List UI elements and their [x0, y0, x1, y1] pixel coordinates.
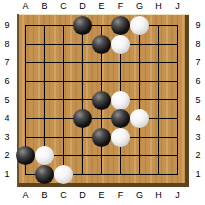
col-label-bottom-H: H: [152, 190, 166, 201]
col-label-bottom-E: E: [95, 190, 109, 201]
go-board[interactable]: [17, 14, 189, 187]
row-label-right-6: 6: [192, 76, 204, 87]
white-stone-C1[interactable]: [54, 165, 73, 184]
col-label-top-J: J: [171, 1, 185, 12]
black-stone-E5[interactable]: [92, 91, 111, 110]
col-label-top-D: D: [76, 1, 90, 12]
row-label-left-3: 3: [1, 132, 13, 143]
row-label-left-9: 9: [1, 20, 13, 31]
col-label-top-G: G: [133, 1, 147, 12]
col-label-bottom-J: J: [171, 190, 185, 201]
row-label-right-5: 5: [192, 95, 204, 106]
black-stone-D9[interactable]: [73, 16, 92, 35]
white-stone-F8[interactable]: [111, 35, 130, 54]
go-board-diagram: AABBCCDDEEFFGGHHJJ998877665544332211: [0, 0, 205, 205]
row-label-left-5: 5: [1, 95, 13, 106]
black-stone-E8[interactable]: [92, 35, 111, 54]
white-stone-G4[interactable]: [130, 109, 149, 128]
col-label-bottom-G: G: [133, 190, 147, 201]
row-label-left-1: 1: [1, 169, 13, 180]
row-label-left-2: 2: [1, 150, 13, 161]
row-label-left-7: 7: [1, 57, 13, 68]
white-stone-F3[interactable]: [111, 128, 130, 147]
row-label-right-3: 3: [192, 132, 204, 143]
col-label-bottom-D: D: [76, 190, 90, 201]
black-stone-D4[interactable]: [73, 109, 92, 128]
row-label-right-4: 4: [192, 113, 204, 124]
black-stone-B1[interactable]: [35, 165, 54, 184]
row-label-right-8: 8: [192, 39, 204, 50]
row-label-left-6: 6: [1, 76, 13, 87]
row-label-right-7: 7: [192, 57, 204, 68]
col-label-top-C: C: [57, 1, 71, 12]
row-label-right-9: 9: [192, 20, 204, 31]
col-label-bottom-C: C: [57, 190, 71, 201]
row-label-right-2: 2: [192, 150, 204, 161]
row-label-left-8: 8: [1, 39, 13, 50]
row-label-right-1: 1: [192, 169, 204, 180]
white-stone-F5[interactable]: [111, 91, 130, 110]
col-label-top-B: B: [38, 1, 52, 12]
col-label-top-F: F: [114, 1, 128, 12]
col-label-bottom-F: F: [114, 190, 128, 201]
col-label-top-A: A: [19, 1, 33, 12]
row-label-left-4: 4: [1, 113, 13, 124]
col-label-bottom-B: B: [38, 190, 52, 201]
col-label-top-E: E: [95, 1, 109, 12]
white-stone-G9[interactable]: [130, 16, 149, 35]
black-stone-E3[interactable]: [92, 128, 111, 147]
col-label-bottom-A: A: [19, 190, 33, 201]
black-stone-F4[interactable]: [111, 109, 130, 128]
black-stone-F9[interactable]: [111, 16, 130, 35]
col-label-top-H: H: [152, 1, 166, 12]
